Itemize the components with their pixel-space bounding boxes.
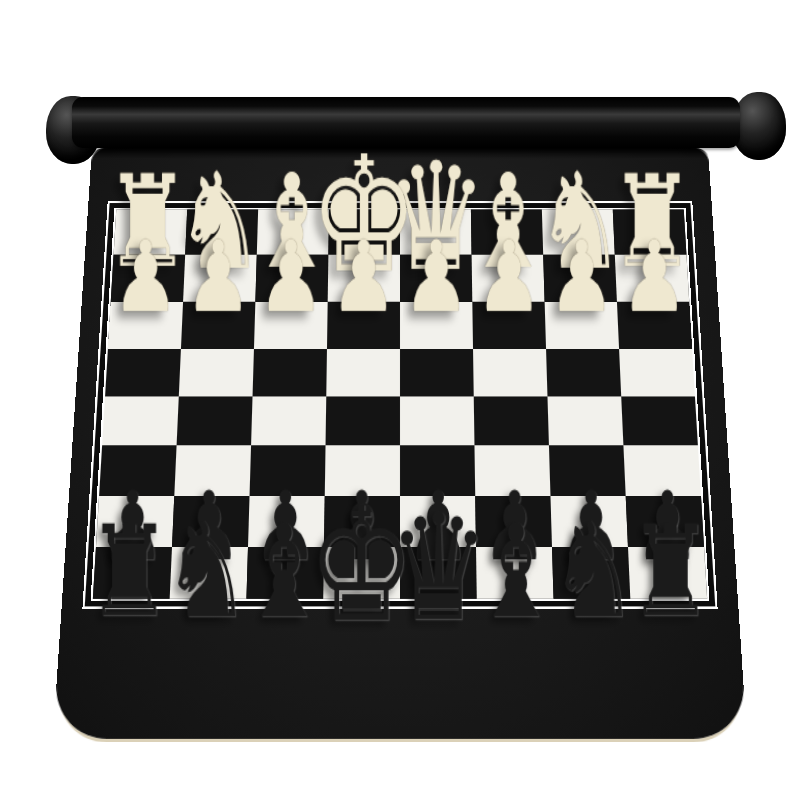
square-h2[interactable]: ♟	[111, 255, 185, 301]
roller-bar	[72, 97, 740, 148]
board-grid: ♜♞♝♚♛♝♞♜♟♟♟♟♟♟♟♟♟♟♟♟♟♟♟♟♜♞♝♚♛♝♞♜	[91, 208, 710, 601]
black-knight-piece[interactable]: ♞	[162, 505, 251, 637]
square-d4[interactable]	[400, 348, 474, 396]
square-e2[interactable]: ♟	[328, 255, 400, 301]
roller-right-knob	[732, 92, 786, 160]
black-rook-piece[interactable]: ♜	[628, 509, 714, 635]
square-c2[interactable]: ♟	[472, 255, 545, 301]
square-b4[interactable]	[546, 348, 621, 396]
white-pawn-piece[interactable]: ♟	[548, 227, 615, 326]
square-g2[interactable]: ♟	[183, 255, 257, 301]
square-c4[interactable]	[473, 348, 547, 396]
square-g5[interactable]	[177, 396, 253, 445]
black-rook-piece[interactable]: ♜	[87, 509, 173, 635]
square-b8[interactable]: ♞	[552, 547, 630, 599]
square-b2[interactable]: ♟	[543, 255, 617, 301]
square-a5[interactable]	[621, 396, 698, 445]
square-c5[interactable]	[474, 396, 549, 445]
square-f5[interactable]	[251, 396, 326, 445]
board-frame: ♜♞♝♚♛♝♞♜♟♟♟♟♟♟♟♟♟♟♟♟♟♟♟♟♜♞♝♚♛♝♞♜	[82, 201, 717, 608]
black-king-piece[interactable]: ♚	[307, 486, 415, 645]
square-f4[interactable]	[253, 348, 327, 396]
square-e4[interactable]	[326, 348, 400, 396]
square-h8[interactable]: ♜	[93, 547, 172, 599]
chess-mat: ♜♞♝♚♛♝♞♜♟♟♟♟♟♟♟♟♟♟♟♟♟♟♟♟♜♞♝♚♛♝♞♜	[53, 148, 747, 739]
square-e5[interactable]	[326, 396, 400, 445]
white-pawn-piece[interactable]: ♟	[185, 227, 252, 326]
square-a8[interactable]: ♜	[628, 547, 707, 599]
product-photo-roll-up-chess-set: ♜♞♝♚♛♝♞♜♟♟♟♟♟♟♟♟♟♟♟♟♟♟♟♟♜♞♝♚♛♝♞♜	[0, 0, 800, 800]
square-d5[interactable]	[400, 396, 474, 445]
square-a4[interactable]	[619, 348, 695, 396]
square-g4[interactable]	[179, 348, 254, 396]
white-pawn-piece[interactable]: ♟	[112, 227, 179, 326]
square-e8[interactable]: ♚	[323, 547, 400, 599]
square-g8[interactable]: ♞	[170, 547, 248, 599]
white-pawn-piece[interactable]: ♟	[257, 227, 324, 326]
white-pawn-piece[interactable]: ♟	[476, 227, 543, 326]
square-h4[interactable]	[105, 348, 181, 396]
black-knight-piece[interactable]: ♞	[549, 505, 638, 637]
white-pawn-piece[interactable]: ♟	[330, 227, 397, 326]
white-pawn-piece[interactable]: ♟	[621, 227, 688, 326]
square-d2[interactable]: ♟	[400, 255, 472, 301]
square-b5[interactable]	[547, 396, 623, 445]
square-h5[interactable]	[102, 396, 179, 445]
white-pawn-piece[interactable]: ♟	[403, 227, 470, 326]
square-f2[interactable]: ♟	[255, 255, 328, 301]
square-a2[interactable]: ♟	[615, 255, 689, 301]
